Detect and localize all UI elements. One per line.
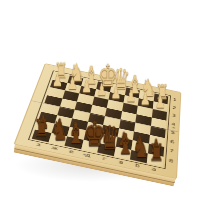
piece-white-pawn[interactable]: ♟ <box>67 75 78 91</box>
piece-black-queen[interactable]: ♛ <box>99 122 111 154</box>
piece-white-pawn[interactable]: ♟ <box>81 79 92 95</box>
piece-black-knight[interactable]: ♞ <box>50 117 62 144</box>
piece-black-king[interactable]: ♚ <box>83 116 95 151</box>
piece-white-pawn[interactable]: ♟ <box>125 88 136 104</box>
product-photo-scene: ♜♞♝♚♛♝♞♜♟♟♟♟♟♟♟♟♟♟♟♟♟♟♟♟♜♞♝♚♛♝♞♜ зжедгвб… <box>0 0 210 210</box>
piece-white-pawn[interactable]: ♟ <box>52 72 63 88</box>
square[interactable] <box>120 111 136 123</box>
piece-white-pawn[interactable]: ♟ <box>140 91 151 107</box>
square[interactable] <box>105 108 122 120</box>
hinge-pin-icon <box>83 154 85 156</box>
piece-black-rook[interactable]: ♜ <box>34 117 46 141</box>
rank-label: 8 <box>165 157 177 169</box>
piece-black-bishop[interactable]: ♝ <box>116 130 128 158</box>
piece-white-pawn[interactable]: ♟ <box>110 85 121 101</box>
piece-black-bishop[interactable]: ♝ <box>67 119 79 147</box>
board-squares: ♜♞♝♚♛♝♞♜♟♟♟♟♟♟♟♟♟♟♟♟♟♟♟♟♜♞♝♚♛♝♞♜ <box>32 72 168 166</box>
piece-black-rook[interactable]: ♜ <box>148 141 160 165</box>
piece-black-knight[interactable]: ♞ <box>132 134 144 161</box>
piece-white-pawn[interactable]: ♟ <box>96 82 107 98</box>
piece-white-pawn[interactable]: ♟ <box>154 94 165 110</box>
